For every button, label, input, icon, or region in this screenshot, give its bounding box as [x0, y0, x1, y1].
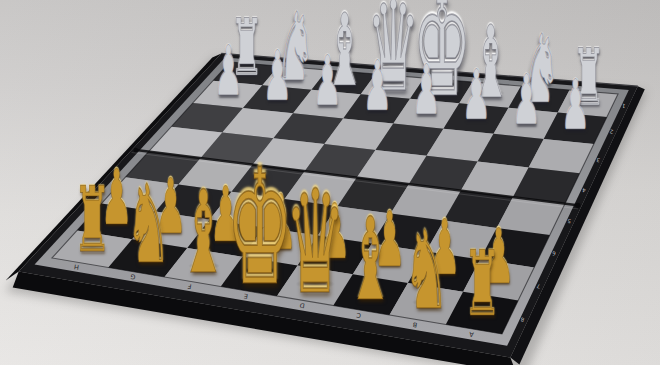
- hinge-left: [134, 148, 138, 152]
- hinge-right: [575, 203, 580, 208]
- chess-board: HGFEDCBA12345678: [0, 0, 660, 365]
- chess-set-photo-scene: HGFEDCBA12345678 ♜♞♝♛♚♝♞♜♟♟♟♟♟♟♟♟♟♟♟♟♟♟♟…: [0, 0, 660, 365]
